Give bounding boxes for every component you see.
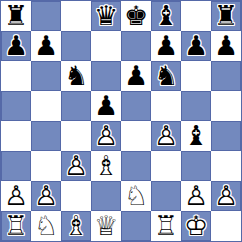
piece-white-queen[interactable]: ♛♕ bbox=[91, 211, 121, 241]
square-d8[interactable]: ♛♛ bbox=[91, 1, 121, 31]
piece-glyph: ♖ bbox=[151, 211, 181, 241]
piece-black-king[interactable]: ♚♚ bbox=[121, 1, 151, 31]
piece-glyph: ♟ bbox=[211, 31, 241, 61]
piece-fill-halo: ♞ bbox=[151, 61, 181, 91]
piece-fill-halo: ♚ bbox=[121, 1, 151, 31]
square-f5[interactable] bbox=[151, 91, 181, 121]
piece-glyph: ♜ bbox=[1, 1, 31, 31]
piece-fill-halo: ♟ bbox=[61, 151, 91, 181]
piece-black-pawn[interactable]: ♟♟ bbox=[31, 31, 61, 61]
square-f4[interactable]: ♟♙ bbox=[151, 121, 181, 151]
square-b3[interactable] bbox=[31, 151, 61, 181]
square-e5[interactable] bbox=[121, 91, 151, 121]
piece-fill-halo: ♟ bbox=[181, 31, 211, 61]
piece-white-knight[interactable]: ♞♘ bbox=[121, 181, 151, 211]
piece-glyph: ♗ bbox=[91, 151, 121, 181]
square-b7[interactable]: ♟♟ bbox=[31, 31, 61, 61]
piece-glyph: ♝ bbox=[151, 1, 181, 31]
piece-white-pawn[interactable]: ♟♙ bbox=[1, 181, 31, 211]
square-f7[interactable]: ♟♟ bbox=[151, 31, 181, 61]
piece-fill-halo: ♟ bbox=[151, 31, 181, 61]
piece-fill-halo: ♝ bbox=[61, 211, 91, 241]
piece-fill-halo: ♝ bbox=[91, 151, 121, 181]
piece-fill-halo: ♜ bbox=[1, 1, 31, 31]
piece-black-knight[interactable]: ♞♞ bbox=[61, 61, 91, 91]
square-h6[interactable] bbox=[211, 61, 241, 91]
square-g6[interactable] bbox=[181, 61, 211, 91]
square-a2[interactable]: ♟♙ bbox=[1, 181, 31, 211]
piece-white-king[interactable]: ♚♔ bbox=[181, 211, 211, 241]
piece-white-pawn[interactable]: ♟♙ bbox=[31, 181, 61, 211]
piece-black-rook[interactable]: ♜♜ bbox=[211, 1, 241, 31]
piece-glyph: ♘ bbox=[121, 181, 151, 211]
square-h4[interactable] bbox=[211, 121, 241, 151]
square-g4[interactable]: ♝♝ bbox=[181, 121, 211, 151]
piece-glyph: ♝ bbox=[181, 121, 211, 151]
square-b4[interactable] bbox=[31, 121, 61, 151]
piece-glyph: ♙ bbox=[151, 121, 181, 151]
square-g7[interactable]: ♟♟ bbox=[181, 31, 211, 61]
square-d1[interactable]: ♛♕ bbox=[91, 211, 121, 241]
square-h7[interactable]: ♟♟ bbox=[211, 31, 241, 61]
square-b1[interactable]: ♞♘ bbox=[31, 211, 61, 241]
square-g5[interactable] bbox=[181, 91, 211, 121]
square-c3[interactable]: ♟♙ bbox=[61, 151, 91, 181]
piece-fill-halo: ♜ bbox=[211, 1, 241, 31]
square-d6[interactable] bbox=[91, 61, 121, 91]
piece-fill-halo: ♟ bbox=[181, 181, 211, 211]
piece-glyph: ♙ bbox=[181, 181, 211, 211]
piece-fill-halo: ♟ bbox=[31, 181, 61, 211]
piece-white-pawn[interactable]: ♟♙ bbox=[61, 151, 91, 181]
piece-glyph: ♟ bbox=[151, 31, 181, 61]
piece-black-pawn[interactable]: ♟♟ bbox=[211, 31, 241, 61]
square-g1[interactable]: ♚♔ bbox=[181, 211, 211, 241]
piece-glyph: ♞ bbox=[61, 61, 91, 91]
square-b6[interactable] bbox=[31, 61, 61, 91]
square-d7[interactable] bbox=[91, 31, 121, 61]
square-h2[interactable]: ♟♙ bbox=[211, 181, 241, 211]
piece-glyph: ♔ bbox=[181, 211, 211, 241]
square-f8[interactable]: ♝♝ bbox=[151, 1, 181, 31]
square-d4[interactable]: ♟♙ bbox=[91, 121, 121, 151]
piece-black-rook[interactable]: ♜♜ bbox=[1, 1, 31, 31]
square-b8[interactable] bbox=[31, 1, 61, 31]
piece-fill-halo: ♟ bbox=[211, 31, 241, 61]
square-a8[interactable]: ♜♜ bbox=[1, 1, 31, 31]
piece-fill-halo: ♟ bbox=[1, 31, 31, 61]
square-a5[interactable] bbox=[1, 91, 31, 121]
piece-fill-halo: ♛ bbox=[91, 211, 121, 241]
piece-glyph: ♟ bbox=[1, 31, 31, 61]
piece-glyph: ♙ bbox=[1, 181, 31, 211]
square-h5[interactable] bbox=[211, 91, 241, 121]
square-a7[interactable]: ♟♟ bbox=[1, 31, 31, 61]
square-e3[interactable] bbox=[121, 151, 151, 181]
square-h1[interactable] bbox=[211, 211, 241, 241]
square-e6[interactable]: ♟♟ bbox=[121, 61, 151, 91]
square-c2[interactable] bbox=[61, 181, 91, 211]
piece-fill-halo: ♞ bbox=[121, 181, 151, 211]
piece-fill-halo: ♟ bbox=[91, 121, 121, 151]
square-e4[interactable] bbox=[121, 121, 151, 151]
piece-glyph: ♖ bbox=[1, 211, 31, 241]
square-b2[interactable]: ♟♙ bbox=[31, 181, 61, 211]
piece-glyph: ♘ bbox=[31, 211, 61, 241]
piece-glyph: ♙ bbox=[91, 121, 121, 151]
square-g3[interactable] bbox=[181, 151, 211, 181]
square-d5[interactable]: ♟♟ bbox=[91, 91, 121, 121]
piece-fill-halo: ♝ bbox=[151, 1, 181, 31]
square-f6[interactable]: ♞♞ bbox=[151, 61, 181, 91]
piece-fill-halo: ♟ bbox=[1, 181, 31, 211]
square-c5[interactable] bbox=[61, 91, 91, 121]
piece-black-pawn[interactable]: ♟♟ bbox=[121, 61, 151, 91]
piece-fill-halo: ♜ bbox=[1, 211, 31, 241]
piece-white-bishop[interactable]: ♝♗ bbox=[91, 151, 121, 181]
piece-fill-halo: ♟ bbox=[31, 31, 61, 61]
square-d3[interactable]: ♝♗ bbox=[91, 151, 121, 181]
piece-glyph: ♟ bbox=[121, 61, 151, 91]
piece-glyph: ♙ bbox=[211, 181, 241, 211]
piece-glyph: ♟ bbox=[91, 91, 121, 121]
piece-white-knight[interactable]: ♞♘ bbox=[31, 211, 61, 241]
piece-white-rook[interactable]: ♜♖ bbox=[151, 211, 181, 241]
piece-black-pawn[interactable]: ♟♟ bbox=[1, 31, 31, 61]
square-a1[interactable]: ♜♖ bbox=[1, 211, 31, 241]
square-f3[interactable] bbox=[151, 151, 181, 181]
piece-white-pawn[interactable]: ♟♙ bbox=[91, 121, 121, 151]
square-b5[interactable] bbox=[31, 91, 61, 121]
piece-white-pawn[interactable]: ♟♙ bbox=[181, 181, 211, 211]
piece-black-bishop[interactable]: ♝♝ bbox=[181, 121, 211, 151]
piece-fill-halo: ♟ bbox=[151, 121, 181, 151]
square-a6[interactable] bbox=[1, 61, 31, 91]
piece-fill-halo: ♟ bbox=[91, 91, 121, 121]
square-h3[interactable] bbox=[211, 151, 241, 181]
piece-white-pawn[interactable]: ♟♙ bbox=[211, 181, 241, 211]
piece-fill-halo: ♚ bbox=[181, 211, 211, 241]
piece-fill-halo: ♟ bbox=[211, 181, 241, 211]
square-f1[interactable]: ♜♖ bbox=[151, 211, 181, 241]
square-f2[interactable] bbox=[151, 181, 181, 211]
chess-board: ♜♜♛♛♚♚♝♝♜♜♟♟♟♟♟♟♟♟♟♟♞♞♟♟♞♞♟♟♟♙♟♙♝♝♟♙♝♗♟♙… bbox=[0, 0, 242, 242]
piece-black-pawn[interactable]: ♟♟ bbox=[151, 31, 181, 61]
square-c8[interactable] bbox=[61, 1, 91, 31]
square-a3[interactable] bbox=[1, 151, 31, 181]
square-e7[interactable] bbox=[121, 31, 151, 61]
piece-fill-halo: ♞ bbox=[31, 211, 61, 241]
piece-glyph: ♛ bbox=[91, 1, 121, 31]
piece-black-pawn[interactable]: ♟♟ bbox=[91, 91, 121, 121]
piece-glyph: ♗ bbox=[61, 211, 91, 241]
piece-glyph: ♜ bbox=[211, 1, 241, 31]
piece-fill-halo: ♝ bbox=[181, 121, 211, 151]
piece-white-bishop[interactable]: ♝♗ bbox=[61, 211, 91, 241]
square-e1[interactable] bbox=[121, 211, 151, 241]
piece-black-queen[interactable]: ♛♛ bbox=[91, 1, 121, 31]
square-h8[interactable]: ♜♜ bbox=[211, 1, 241, 31]
square-g8[interactable] bbox=[181, 1, 211, 31]
square-c1[interactable]: ♝♗ bbox=[61, 211, 91, 241]
piece-glyph: ♟ bbox=[31, 31, 61, 61]
piece-fill-halo: ♟ bbox=[121, 61, 151, 91]
piece-glyph: ♚ bbox=[121, 1, 151, 31]
square-c6[interactable]: ♞♞ bbox=[61, 61, 91, 91]
piece-white-pawn[interactable]: ♟♙ bbox=[151, 121, 181, 151]
piece-glyph: ♙ bbox=[31, 181, 61, 211]
piece-glyph: ♕ bbox=[91, 211, 121, 241]
square-e8[interactable]: ♚♚ bbox=[121, 1, 151, 31]
piece-glyph: ♞ bbox=[151, 61, 181, 91]
piece-fill-halo: ♜ bbox=[151, 211, 181, 241]
square-e2[interactable]: ♞♘ bbox=[121, 181, 151, 211]
piece-glyph: ♙ bbox=[61, 151, 91, 181]
piece-black-bishop[interactable]: ♝♝ bbox=[151, 1, 181, 31]
piece-glyph: ♟ bbox=[181, 31, 211, 61]
square-d2[interactable] bbox=[91, 181, 121, 211]
piece-black-pawn[interactable]: ♟♟ bbox=[181, 31, 211, 61]
square-a4[interactable] bbox=[1, 121, 31, 151]
square-g2[interactable]: ♟♙ bbox=[181, 181, 211, 211]
piece-fill-halo: ♛ bbox=[91, 1, 121, 31]
piece-white-rook[interactable]: ♜♖ bbox=[1, 211, 31, 241]
square-c7[interactable] bbox=[61, 31, 91, 61]
piece-black-knight[interactable]: ♞♞ bbox=[151, 61, 181, 91]
piece-fill-halo: ♞ bbox=[61, 61, 91, 91]
square-c4[interactable] bbox=[61, 121, 91, 151]
